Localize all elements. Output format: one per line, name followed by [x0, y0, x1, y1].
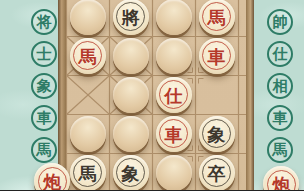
tray-black-pieces: 将士象車馬 — [0, 0, 58, 190]
black-piece-將[interactable]: 將 — [113, 0, 149, 35]
piece-label: 馬 — [199, 0, 235, 35]
hidden-piece[interactable] — [113, 116, 149, 152]
black-piece-象[interactable]: 象 — [113, 155, 149, 191]
hidden-piece[interactable] — [156, 155, 192, 191]
red-piece-馬[interactable]: 馬 — [70, 38, 106, 74]
black-piece-卒[interactable]: 卒 — [199, 155, 235, 191]
piece-label: 將 — [113, 0, 149, 35]
corner-piece-right-炮[interactable]: 炮 — [263, 166, 299, 190]
piece-label: 炮 — [263, 166, 299, 190]
corner-piece-left-炮[interactable]: 炮 — [34, 163, 70, 190]
piece-label: 仕 — [156, 77, 192, 113]
tray-red-pieces: 帥仕相車馬 — [254, 0, 304, 190]
piece-label: 馬 — [70, 38, 106, 74]
hidden-piece[interactable] — [70, 0, 106, 35]
piece-label: 車 — [199, 38, 235, 74]
piece-label: 馬 — [70, 155, 106, 191]
hidden-piece[interactable] — [113, 77, 149, 113]
black-piece-馬[interactable]: 馬 — [70, 155, 106, 191]
red-piece-車[interactable]: 車 — [156, 116, 192, 152]
hidden-piece[interactable] — [156, 38, 192, 74]
game-screen: 将士象車馬 帥仕相車馬 — [0, 0, 304, 190]
red-piece-仕[interactable]: 仕 — [156, 77, 192, 113]
tray-slot-相: 相 — [267, 73, 293, 99]
tray-slot-車: 車 — [31, 105, 57, 131]
tray-slot-仕: 仕 — [267, 41, 293, 67]
piece-label: 象 — [113, 155, 149, 191]
tray-slot-帥: 帥 — [267, 9, 293, 35]
piece-label: 炮 — [34, 163, 70, 190]
hidden-piece[interactable] — [113, 38, 149, 74]
board-frame-right — [246, 0, 254, 190]
hidden-piece[interactable] — [156, 0, 192, 35]
tray-slot-士: 士 — [31, 41, 57, 67]
board-frame-left — [58, 0, 66, 190]
hidden-piece[interactable] — [70, 116, 106, 152]
tray-slot-馬: 馬 — [31, 137, 57, 163]
piece-label: 車 — [156, 116, 192, 152]
tray-slot-将: 将 — [31, 9, 57, 35]
black-piece-象[interactable]: 象 — [199, 116, 235, 152]
red-piece-馬[interactable]: 馬 — [199, 0, 235, 35]
piece-label: 象 — [199, 116, 235, 152]
red-piece-車[interactable]: 車 — [199, 38, 235, 74]
tray-slot-馬: 馬 — [267, 137, 293, 163]
tray-slot-象: 象 — [31, 73, 57, 99]
piece-label: 卒 — [199, 155, 235, 191]
tray-slot-車: 車 — [267, 105, 293, 131]
